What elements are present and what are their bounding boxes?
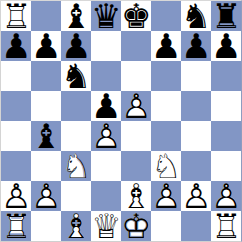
square-b8[interactable] (31, 1, 61, 31)
square-b1[interactable] (31, 211, 61, 241)
piece-black-knight-icon: ♞ (61, 61, 91, 91)
square-h5[interactable] (211, 91, 241, 121)
piece-white-rook-icon: ♜♖ (1, 1, 31, 31)
square-f8[interactable] (151, 1, 181, 31)
square-d7[interactable] (91, 31, 121, 61)
square-d2[interactable] (91, 181, 121, 211)
piece-black-pawn-icon: ♟ (1, 31, 31, 61)
piece-white-pawn-icon: ♟♙ (151, 181, 181, 211)
piece-black-pawn-icon: ♟ (91, 91, 121, 121)
square-a5[interactable] (1, 91, 31, 121)
square-h4[interactable] (211, 121, 241, 151)
piece-white-knight-icon: ♞♘ (61, 151, 91, 181)
square-c3[interactable]: ♞♘ (61, 151, 91, 181)
piece-black-knight-icon: ♞ (181, 1, 211, 31)
square-f4[interactable] (151, 121, 181, 151)
square-a1[interactable]: ♜♖ (1, 211, 31, 241)
piece-white-knight-icon: ♞♘ (151, 151, 181, 181)
square-c1[interactable]: ♝♗ (61, 211, 91, 241)
square-g8[interactable]: ♞ (181, 1, 211, 31)
square-b6[interactable] (31, 61, 61, 91)
square-f2[interactable]: ♟♙ (151, 181, 181, 211)
piece-black-queen-icon: ♛ (91, 1, 121, 31)
square-a6[interactable] (1, 61, 31, 91)
square-c4[interactable] (61, 121, 91, 151)
square-f5[interactable] (151, 91, 181, 121)
square-b2[interactable]: ♟♙ (31, 181, 61, 211)
piece-white-pawn-icon: ♟♙ (211, 181, 241, 211)
piece-black-pawn-icon: ♟ (61, 31, 91, 61)
square-b3[interactable] (31, 151, 61, 181)
square-c8[interactable]: ♝ (61, 1, 91, 31)
square-h3[interactable] (211, 151, 241, 181)
square-a2[interactable]: ♟♙ (1, 181, 31, 211)
square-e5[interactable]: ♟♙ (121, 91, 151, 121)
square-d3[interactable] (91, 151, 121, 181)
square-c7[interactable]: ♟ (61, 31, 91, 61)
square-d1[interactable]: ♛♕ (91, 211, 121, 241)
square-g3[interactable] (181, 151, 211, 181)
piece-black-bishop-icon: ♝ (31, 121, 61, 151)
square-f1[interactable] (151, 211, 181, 241)
square-d8[interactable]: ♛ (91, 1, 121, 31)
piece-black-king-icon: ♚ (121, 1, 151, 31)
square-g4[interactable] (181, 121, 211, 151)
square-c2[interactable] (61, 181, 91, 211)
square-g6[interactable] (181, 61, 211, 91)
piece-black-pawn-icon: ♟ (181, 31, 211, 61)
square-h8[interactable]: ♜ (211, 1, 241, 31)
square-h6[interactable] (211, 61, 241, 91)
chess-board-grid: ♜♖♝♛♚♞♜♟♟♟♟♟♟♞♟♟♙♝♟♙♞♘♞♘♟♙♟♙♝♗♟♙♟♙♟♙♜♖♝♗… (1, 1, 241, 241)
square-g1[interactable] (181, 211, 211, 241)
square-g2[interactable]: ♟♙ (181, 181, 211, 211)
square-f7[interactable]: ♟ (151, 31, 181, 61)
square-d4[interactable]: ♟♙ (91, 121, 121, 151)
square-e3[interactable] (121, 151, 151, 181)
square-c5[interactable] (61, 91, 91, 121)
piece-white-king-icon: ♚♔ (121, 211, 151, 241)
square-g5[interactable] (181, 91, 211, 121)
square-e4[interactable] (121, 121, 151, 151)
piece-white-bishop-icon: ♝♗ (121, 181, 151, 211)
square-e7[interactable] (121, 31, 151, 61)
square-f6[interactable] (151, 61, 181, 91)
piece-white-pawn-icon: ♟♙ (1, 181, 31, 211)
square-g7[interactable]: ♟ (181, 31, 211, 61)
piece-white-bishop-icon: ♝♗ (61, 211, 91, 241)
square-e8[interactable]: ♚ (121, 1, 151, 31)
piece-white-pawn-icon: ♟♙ (91, 121, 121, 151)
piece-black-pawn-icon: ♟ (211, 31, 241, 61)
square-d6[interactable] (91, 61, 121, 91)
piece-white-pawn-icon: ♟♙ (31, 181, 61, 211)
square-b7[interactable]: ♟ (31, 31, 61, 61)
square-e2[interactable]: ♝♗ (121, 181, 151, 211)
piece-white-rook-icon: ♜♖ (1, 211, 31, 241)
square-b4[interactable]: ♝ (31, 121, 61, 151)
square-a8[interactable]: ♜♖ (1, 1, 31, 31)
square-h2[interactable]: ♟♙ (211, 181, 241, 211)
square-e1[interactable]: ♚♔ (121, 211, 151, 241)
piece-black-rook-icon: ♜ (211, 1, 241, 31)
piece-white-rook-icon: ♜♖ (211, 211, 241, 241)
square-b5[interactable] (31, 91, 61, 121)
piece-white-pawn-icon: ♟♙ (181, 181, 211, 211)
piece-black-pawn-icon: ♟ (151, 31, 181, 61)
square-c6[interactable]: ♞ (61, 61, 91, 91)
square-e6[interactable] (121, 61, 151, 91)
chess-board: ♜♖♝♛♚♞♜♟♟♟♟♟♟♞♟♟♙♝♟♙♞♘♞♘♟♙♟♙♝♗♟♙♟♙♟♙♜♖♝♗… (0, 0, 242, 242)
square-h1[interactable]: ♜♖ (211, 211, 241, 241)
square-a7[interactable]: ♟ (1, 31, 31, 61)
piece-white-queen-icon: ♛♕ (91, 211, 121, 241)
piece-white-pawn-icon: ♟♙ (121, 91, 151, 121)
square-a3[interactable] (1, 151, 31, 181)
square-a4[interactable] (1, 121, 31, 151)
square-d5[interactable]: ♟ (91, 91, 121, 121)
square-h7[interactable]: ♟ (211, 31, 241, 61)
square-f3[interactable]: ♞♘ (151, 151, 181, 181)
piece-black-bishop-icon: ♝ (61, 1, 91, 31)
piece-black-pawn-icon: ♟ (31, 31, 61, 61)
